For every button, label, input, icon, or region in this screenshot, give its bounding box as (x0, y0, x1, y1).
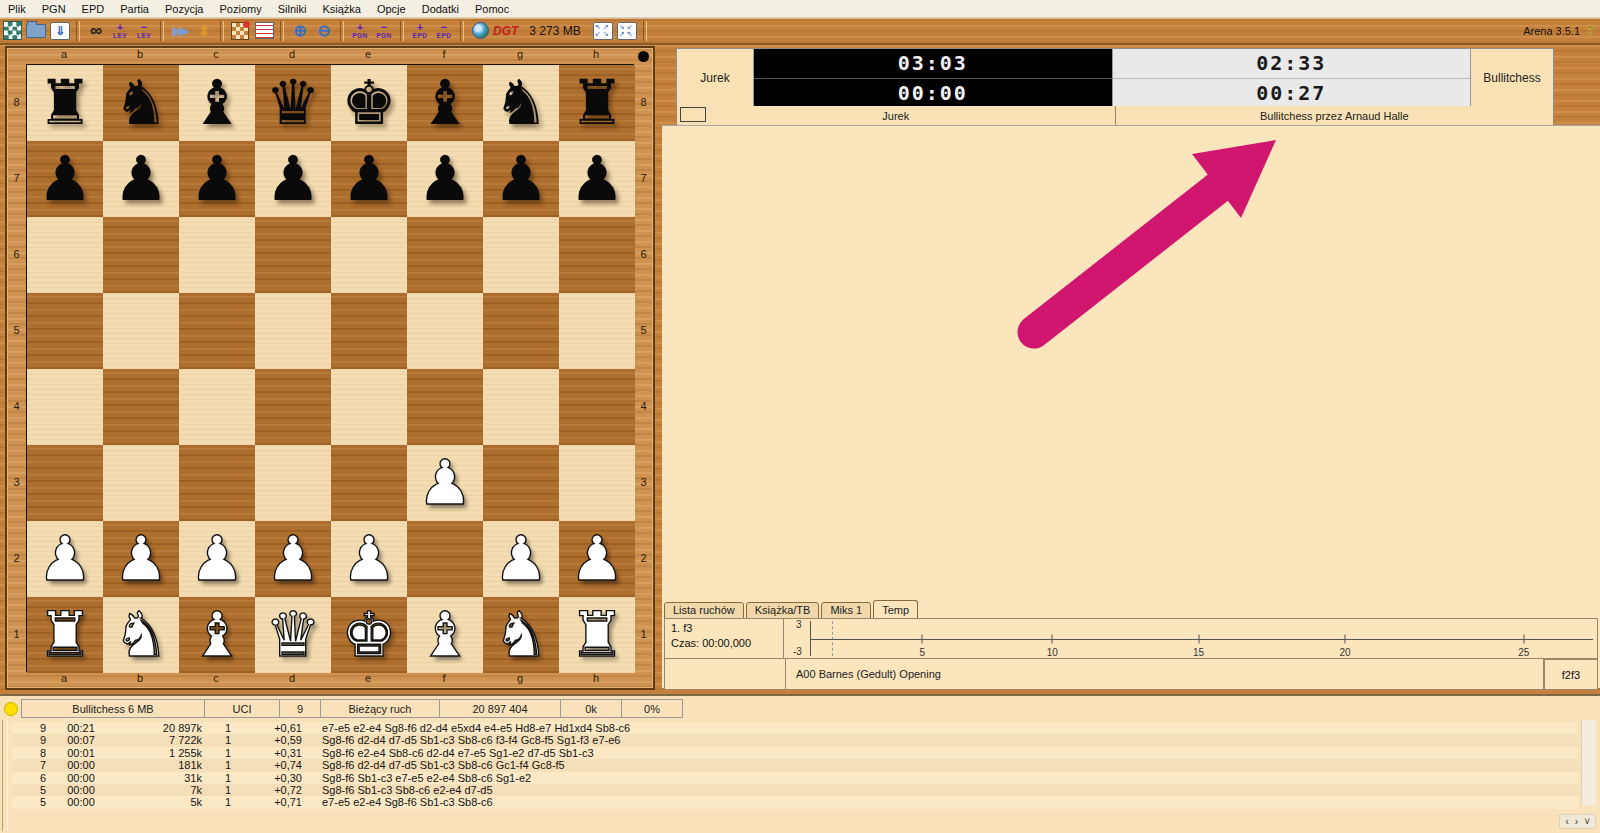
black-knight: ♞ (113, 65, 169, 141)
current-move-cell: 1. f3 Czas: 00:00,000 (664, 618, 784, 659)
engine-vertical-scrollbar[interactable] (1581, 720, 1596, 806)
white-player-name: Jurek (677, 49, 754, 107)
black-rook: ♜ (37, 65, 93, 141)
rank-label: 8 (634, 64, 653, 140)
notation-icon[interactable] (253, 20, 275, 42)
globe-icon[interactable] (469, 20, 491, 42)
white-clock: 03:03 00:00 (754, 49, 1112, 107)
annotation-arrow (662, 126, 1600, 596)
engine-row[interactable]: 900:2120 897k1+0,61e7-e5 e2-e4 Sg8-f6 d2… (12, 722, 1578, 734)
engine-time: 00:00 (52, 784, 110, 796)
opening-name: A00 Barnes (Gedult) Opening (786, 659, 1544, 690)
file-label: h (558, 48, 634, 64)
rank-label: 4 (634, 368, 653, 444)
graph-tick-label: 10 (1047, 647, 1058, 658)
square-f5[interactable] (407, 293, 483, 369)
engine-nodes: 5k (110, 796, 206, 808)
square-d4[interactable] (255, 369, 331, 445)
square-a6[interactable] (27, 217, 103, 293)
engine-protocol: UCI (204, 699, 280, 718)
poland-flag-icon (680, 107, 706, 122)
square-c4[interactable] (179, 369, 255, 445)
square-g2[interactable]: ♟ (483, 521, 559, 597)
square-b7[interactable]: ♟ (103, 141, 179, 217)
engine-row[interactable]: 500:005k1+0,71e7-e5 e2-e4 Sg8-f6 Sb1-c3 … (12, 796, 1578, 808)
engine-depth: 9 (12, 734, 52, 746)
file-label: e (330, 672, 406, 688)
white-clock-main: 03:03 (754, 49, 1112, 79)
toolbar-separator (160, 21, 164, 41)
white-clock-secondary: 00:00 (754, 79, 1112, 108)
black-pawn: ♟ (569, 141, 625, 217)
engine-pv: Sg8-f6 d2-d4 d7-d5 Sb1-c3 Sb8-c6 f3-f4 G… (308, 734, 1578, 746)
square-f3[interactable]: ♟ (407, 445, 483, 521)
square-a3[interactable] (27, 445, 103, 521)
game-panel: Jurek 03:03 00:00 02:33 00:27 Bullitches… (656, 44, 1600, 694)
folder-icon (26, 24, 46, 38)
menubar: PlikPGNEPDPartiaPozycjaPoziomySilnikiKsi… (0, 0, 1600, 18)
engine-depth: 8 (12, 747, 52, 759)
square-g1[interactable]: ♞ (483, 597, 559, 673)
chess-board: ♜♞♝♛♚♝♞♜♟♟♟♟♟♟♟♟♟♟♟♟♟♟♟♟♜♞♝♛♚♝♞♜ (26, 64, 634, 672)
square-d2[interactable]: ♟ (255, 521, 331, 597)
white-pawn: ♟ (417, 445, 473, 521)
black-pawn: ♟ (265, 141, 321, 217)
black-bishop: ♝ (189, 65, 245, 141)
file-labels-bottom: abcdefgh (26, 672, 634, 688)
engine-depth: 5 (12, 784, 52, 796)
zoom-in-icon[interactable]: ⊕ (289, 20, 311, 42)
square-e1[interactable]: ♚ (331, 597, 407, 673)
rank-label: 6 (7, 216, 26, 292)
engine-pv: Sg8-f6 Sb1-c3 e7-e5 e2-e4 Sb8-c6 Sg1-e2 (308, 772, 1578, 784)
graph-tick (1344, 634, 1345, 643)
engine-depth: 5 (12, 796, 52, 808)
checkerboard-icon (3, 21, 22, 40)
square-b1[interactable]: ♞ (103, 597, 179, 673)
infinite-analysis-icon[interactable]: ∞ (85, 20, 107, 42)
engine-eval: +0,31 (250, 747, 308, 759)
rank-label: 5 (7, 292, 26, 368)
file-label: b (102, 672, 178, 688)
square-g7[interactable]: ♟ (483, 141, 559, 217)
rank-labels-left: 87654321 (7, 64, 26, 672)
engine-pv: Sg8-f6 d2-d4 d7-d5 Sb1-c3 Sb8-c6 Gc1-f4 … (308, 759, 1578, 771)
engine-depth: 6 (12, 772, 52, 784)
square-b8[interactable]: ♞ (103, 65, 179, 141)
last-move-box: f2f3 (1544, 659, 1598, 690)
tab-ksi-ka-tb[interactable]: Książka/TB (746, 602, 820, 619)
square-e3[interactable] (331, 445, 407, 521)
engine-nodes: 20 897 404 (439, 699, 561, 718)
new-board-icon[interactable] (1, 20, 23, 42)
file-label: a (26, 48, 102, 64)
square-f6[interactable] (407, 217, 483, 293)
engine-cpu: 1 (206, 796, 250, 808)
white-name-bar: Jurek (677, 106, 1115, 125)
square-h4[interactable] (559, 369, 635, 445)
menu-item-opcje[interactable]: Opcje (369, 2, 414, 16)
black-knight: ♞ (493, 65, 549, 141)
opening-row: A00 Barnes (Gedult) Opening f2f3 (664, 659, 1598, 690)
white-rook: ♜ (37, 597, 93, 673)
help-lamp-icon[interactable]: ? (1586, 23, 1594, 38)
rank-label: 8 (7, 64, 26, 140)
scroll-left-icon[interactable]: ‹ (1565, 816, 1568, 827)
tab-temp[interactable]: Temp (873, 600, 918, 619)
menu-item-epd[interactable]: EPD (74, 2, 113, 16)
white-knight: ♞ (493, 597, 549, 673)
file-label: g (482, 48, 558, 64)
engine-cpu: 1 (206, 747, 250, 759)
engine-nodes: 1 255k (110, 747, 206, 759)
engine-time: 00:01 (52, 747, 110, 759)
square-c6[interactable] (179, 217, 255, 293)
square-d5[interactable] (255, 293, 331, 369)
square-a8[interactable]: ♜ (27, 65, 103, 141)
square-g5[interactable] (483, 293, 559, 369)
white-pawn: ♟ (493, 521, 549, 597)
square-e2[interactable]: ♟ (331, 521, 407, 597)
square-h6[interactable] (559, 217, 635, 293)
save-arrow-icon: ⇓ (50, 22, 70, 40)
square-g8[interactable]: ♞ (483, 65, 559, 141)
rank-label: 4 (7, 368, 26, 444)
epd-add-icon[interactable]: +EPD (409, 20, 431, 42)
graph-tick (1198, 634, 1199, 643)
file-label: c (178, 48, 254, 64)
engine-percent: 0% (621, 699, 683, 718)
engine-eval: +0,61 (250, 722, 308, 734)
square-f7[interactable]: ♟ (407, 141, 483, 217)
engine-time: 00:00 (52, 759, 110, 771)
square-h3[interactable] (559, 445, 635, 521)
rank-label: 3 (634, 444, 653, 520)
engine-row[interactable]: 600:0031k1+0,30Sg8-f6 Sb1-c3 e7-e5 e2-e4… (12, 772, 1578, 784)
engine-current-move-label: Bieżący ruch (320, 699, 440, 718)
engine-nodes: 7 722k (110, 734, 206, 746)
square-e6[interactable] (331, 217, 407, 293)
white-knight: ♞ (113, 597, 169, 673)
arena-window: PlikPGNEPDPartiaPozycjaPoziomySilnikiKsi… (0, 0, 1600, 833)
move-time: Czas: 00:00,000 (671, 636, 777, 651)
engine-nps: 0k (560, 699, 622, 718)
level-minus-icon[interactable]: −LEV (133, 20, 155, 42)
square-b2[interactable]: ♟ (103, 521, 179, 597)
engine-output-list: 900:2120 897k1+0,61e7-e5 e2-e4 Sg8-f6 d2… (12, 722, 1578, 809)
black-name-bar: Bullitchess przez Arnaud Halle (1115, 106, 1554, 125)
square-c7[interactable]: ♟ (179, 141, 255, 217)
black-pawn: ♟ (493, 141, 549, 217)
rank-label: 1 (7, 596, 26, 672)
black-clock-main: 02:33 (1113, 49, 1471, 79)
pgn-remove-icon[interactable]: −PGN (373, 20, 395, 42)
scroll-right-icon[interactable]: › (1575, 816, 1578, 827)
square-c8[interactable]: ♝ (179, 65, 255, 141)
square-g4[interactable] (483, 369, 559, 445)
square-h7[interactable]: ♟ (559, 141, 635, 217)
file-labels-top: abcdefgh (26, 48, 634, 64)
file-label: f (406, 48, 482, 64)
player-name-bar: Jurek Bullitchess przez Arnaud Halle (676, 106, 1554, 126)
square-c5[interactable] (179, 293, 255, 369)
toolbar-separator (400, 21, 404, 41)
square-b5[interactable] (103, 293, 179, 369)
square-a5[interactable] (27, 293, 103, 369)
restore-icon[interactable]: ↘↙↗↖ (616, 20, 638, 42)
square-g3[interactable] (483, 445, 559, 521)
square-f1[interactable]: ♝ (407, 597, 483, 673)
white-bishop: ♝ (417, 597, 473, 673)
square-a7[interactable]: ♟ (27, 141, 103, 217)
engine-row[interactable]: 700:00181k1+0,74Sg8-f6 d2-d4 d7-d5 Sb1-c… (12, 759, 1578, 771)
white-pawn: ♟ (265, 521, 321, 597)
engine-pv: e7-e5 e2-e4 Sg8-f6 d2-d4 e5xd4 e4-e5 Hd8… (308, 722, 1578, 734)
level-plus-icon[interactable]: +LEV (109, 20, 131, 42)
black-rook: ♜ (569, 65, 625, 141)
engine-pv: Sg8-f6 e2-e4 Sb8-c6 d2-d4 e7-e5 Sg1-e2 d… (308, 747, 1578, 759)
square-a4[interactable] (27, 369, 103, 445)
white-queen: ♛ (265, 597, 321, 673)
toolbar: ⇓ ∞ +LEV −LEV ▶▶ ⇕ ⊕ ⊖ +PGN −PGN +EPD −E… (0, 18, 1600, 45)
file-label: d (254, 48, 330, 64)
file-label: b (102, 48, 178, 64)
engine-nodes: 31k (110, 772, 206, 784)
square-d7[interactable]: ♟ (255, 141, 331, 217)
clock-panel: Jurek 03:03 00:00 02:33 00:27 Bullitches… (676, 48, 1554, 108)
square-b3[interactable] (103, 445, 179, 521)
file-label: a (26, 672, 102, 688)
square-c2[interactable]: ♟ (179, 521, 255, 597)
black-pawn: ♟ (341, 141, 397, 217)
black-pawn: ♟ (113, 141, 169, 217)
menu-item-ksika[interactable]: Książka (314, 2, 369, 16)
menu-item-partia[interactable]: Partia (112, 2, 157, 16)
square-e4[interactable] (331, 369, 407, 445)
black-player-name: Bullitchess (1470, 49, 1553, 107)
rank-label: 5 (634, 292, 653, 368)
white-pawn: ♟ (113, 521, 169, 597)
file-label: c (178, 672, 254, 688)
graph-y-min: -3 (793, 646, 802, 657)
save-icon[interactable]: ⇓ (49, 20, 71, 42)
side-to-move-indicator (638, 51, 649, 62)
engine-time: 00:00 (52, 772, 110, 784)
toolbar-separator (643, 21, 647, 41)
graph-tick-label: 15 (1193, 647, 1204, 658)
engine-depth: 9 (279, 699, 321, 718)
square-b6[interactable] (103, 217, 179, 293)
white-pawn: ♟ (569, 521, 625, 597)
engine-scroll-buttons: ‹ › ˅ (1559, 814, 1596, 829)
engine-nodes: 181k (110, 759, 206, 771)
open-icon[interactable] (25, 20, 47, 42)
menu-item-pozycja[interactable]: Pozycja (157, 2, 212, 16)
file-label: d (254, 672, 330, 688)
black-pawn: ♟ (37, 141, 93, 217)
rank-label: 1 (634, 596, 653, 672)
white-pawn: ♟ (189, 521, 245, 597)
engine-eval: +0,71 (250, 796, 308, 808)
toolbar-separator (340, 21, 344, 41)
eval-graph: 3 -3 510152025 (784, 618, 1598, 659)
square-e7[interactable]: ♟ (331, 141, 407, 217)
white-pawn: ♟ (341, 521, 397, 597)
black-queen: ♛ (265, 65, 321, 141)
tab-lista-ruch-w[interactable]: Lista ruchów (664, 602, 744, 619)
engine-row[interactable]: 500:007k1+0,72Sg8-f6 Sb1-c3 Sb8-c6 e2-e4… (12, 784, 1578, 796)
menu-item-plik[interactable]: Plik (0, 2, 34, 16)
graph-tick (1523, 634, 1524, 643)
engine-time: 00:07 (52, 734, 110, 746)
square-h8[interactable]: ♜ (559, 65, 635, 141)
graph-tick-label: 25 (1518, 647, 1529, 658)
graph-tick-label: 5 (919, 647, 925, 658)
dgt-icon[interactable]: DGT (493, 20, 518, 42)
notation-area: Lista ruchówKsiążka/TBMiks 1Temp 1. f3 C… (662, 125, 1600, 688)
engine-name[interactable]: Bullitchess 6 MB (21, 699, 205, 718)
black-clock-secondary: 00:27 (1113, 79, 1471, 108)
black-king: ♚ (341, 65, 397, 141)
graph-y-max: 3 (796, 619, 802, 630)
toolbar-separator (460, 21, 464, 41)
panel-tabs: Lista ruchówKsiążka/TBMiks 1Temp (664, 600, 1598, 619)
rank-label: 2 (7, 520, 26, 596)
engine-left-groove (2, 720, 8, 831)
black-pawn: ♟ (189, 141, 245, 217)
square-e8[interactable]: ♚ (331, 65, 407, 141)
engine-nodes: 20 897k (110, 722, 206, 734)
memory-indicator: 3 273 MB (529, 24, 580, 38)
epd-remove-icon[interactable]: −EPD (433, 20, 455, 42)
rank-label: 6 (634, 216, 653, 292)
engine-nodes: 7k (110, 784, 206, 796)
menu-item-pomoc[interactable]: Pomoc (467, 2, 517, 16)
square-f4[interactable] (407, 369, 483, 445)
square-b4[interactable] (103, 369, 179, 445)
square-a2[interactable]: ♟ (27, 521, 103, 597)
toolbar-separator (280, 21, 284, 41)
rank-label: 2 (634, 520, 653, 596)
toolbar-separator (76, 21, 80, 41)
app-title: Arena 3.5.1 (1523, 25, 1580, 37)
menu-item-pgn[interactable]: PGN (34, 2, 74, 16)
file-label: f (406, 672, 482, 688)
pgn-add-icon[interactable]: +PGN (349, 20, 371, 42)
square-h1[interactable]: ♜ (559, 597, 635, 673)
toolbar-separator (220, 21, 224, 41)
file-label: g (482, 672, 558, 688)
black-pawn: ♟ (417, 141, 473, 217)
black-clock: 02:33 00:27 (1112, 49, 1471, 107)
white-king: ♚ (341, 597, 397, 673)
engine-row[interactable]: 900:077 722k1+0,59Sg8-f6 d2-d4 d7-d5 Sb1… (12, 734, 1578, 746)
square-c1[interactable]: ♝ (179, 597, 255, 673)
engine-cpu: 1 (206, 759, 250, 771)
graph-zero-line (810, 639, 1593, 640)
scroll-down-icon[interactable]: ˅ (1584, 816, 1590, 827)
square-f2[interactable] (407, 521, 483, 597)
engine-eval: +0,30 (250, 772, 308, 784)
menu-item-dodatki[interactable]: Dodatki (414, 2, 467, 16)
engine-time: 00:21 (52, 722, 110, 734)
opening-spacer (664, 659, 786, 690)
rank-label: 3 (7, 444, 26, 520)
square-d8[interactable]: ♛ (255, 65, 331, 141)
white-rook: ♜ (569, 597, 625, 673)
square-h2[interactable]: ♟ (559, 521, 635, 597)
graph-tick (922, 634, 923, 643)
engine-status-icon (4, 702, 18, 716)
engine-depth: 7 (12, 759, 52, 771)
square-d1[interactable]: ♛ (255, 597, 331, 673)
square-c3[interactable] (179, 445, 255, 521)
square-d3[interactable] (255, 445, 331, 521)
engine-depth: 9 (12, 722, 52, 734)
menu-item-silniki[interactable]: Silniki (270, 2, 315, 16)
demo-play-icon[interactable]: ▶▶ (169, 20, 191, 42)
maximize-icon[interactable]: ↖↗↙↘ (592, 20, 614, 42)
engine-time: 00:00 (52, 796, 110, 808)
menu-item-poziomy[interactable]: Poziomy (211, 2, 269, 16)
engine-eval: +0,74 (250, 759, 308, 771)
current-move: 1. f3 (671, 621, 777, 636)
file-label: h (558, 672, 634, 688)
rank-labels-right: 87654321 (634, 64, 653, 672)
tab-miks-1[interactable]: Miks 1 (821, 602, 871, 619)
rank-label: 7 (7, 140, 26, 216)
flip-board-icon[interactable]: ⇕ (193, 20, 215, 42)
chess-board-frame: abcdefgh 87654321 ♜♞♝♛♚♝♞♜♟♟♟♟♟♟♟♟♟♟♟♟♟♟… (5, 46, 655, 690)
square-f8[interactable]: ♝ (407, 65, 483, 141)
white-pawn: ♟ (37, 521, 93, 597)
file-label: e (330, 48, 406, 64)
engine-header: Bullitchess 6 MB UCI 9 Bieżący ruch 20 8… (4, 699, 683, 718)
engine-pv: Sg8-f6 Sb1-c3 Sb8-c6 e2-e4 d7-d5 (308, 784, 1578, 796)
black-bishop: ♝ (417, 65, 473, 141)
engine-cpu: 1 (206, 734, 250, 746)
engine-row[interactable]: 800:011 255k1+0,31Sg8-f6 e2-e4 Sb8-c6 d2… (12, 747, 1578, 759)
graph-tick-label: 20 (1339, 647, 1350, 658)
position-setup-icon[interactable] (229, 20, 251, 42)
engine-cpu: 1 (206, 784, 250, 796)
square-d6[interactable] (255, 217, 331, 293)
graph-tick (1052, 634, 1053, 643)
engine-cpu: 1 (206, 722, 250, 734)
white-bishop: ♝ (189, 597, 245, 673)
engine-eval: +0,72 (250, 784, 308, 796)
square-a1[interactable]: ♜ (27, 597, 103, 673)
engine-eval: +0,59 (250, 734, 308, 746)
engine-pv: e7-e5 e2-e4 Sg8-f6 Sb1-c3 Sb8-c6 (308, 796, 1578, 808)
square-g6[interactable] (483, 217, 559, 293)
zoom-out-icon[interactable]: ⊖ (313, 20, 335, 42)
engine-cpu: 1 (206, 772, 250, 784)
engine-panel: Bullitchess 6 MB UCI 9 Bieżący ruch 20 8… (0, 694, 1600, 833)
rank-label: 7 (634, 140, 653, 216)
square-e5[interactable] (331, 293, 407, 369)
square-h5[interactable] (559, 293, 635, 369)
move-info-row: 1. f3 Czas: 00:00,000 3 -3 510152025 (664, 618, 1598, 659)
